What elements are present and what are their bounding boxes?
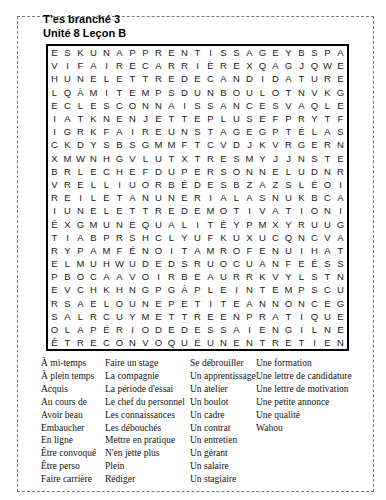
grid-cell: Z (243, 178, 256, 191)
grid-cell: A (74, 231, 87, 244)
grid-cell: R (321, 72, 334, 85)
grid-cell: N (152, 99, 165, 112)
grid-cell: E (217, 152, 230, 165)
grid-cell: V (321, 231, 334, 244)
grid-cell: A (87, 59, 100, 72)
grid-cell: E (230, 59, 243, 72)
grid-cell: N (74, 204, 87, 217)
grid-cell: T (334, 244, 347, 257)
grid-cell: N (256, 297, 269, 310)
grid-cell: I (295, 310, 308, 323)
grid-cell: E (269, 283, 282, 296)
grid-cell: T (295, 72, 308, 85)
worksheet-page: { "game": "word_search", "position": "ES… (0, 0, 386, 500)
grid-cell: A (165, 99, 178, 112)
grid-cell: A (256, 178, 269, 191)
grid-cell: P (282, 112, 295, 125)
grid-cell: M (139, 86, 152, 99)
grid-cell: T (126, 72, 139, 85)
grid-cell: E (204, 178, 217, 191)
grid-cell: O (113, 336, 126, 349)
grid-cell: T (230, 204, 243, 217)
grid-cell: Y (256, 152, 269, 165)
grid-cell: T (139, 72, 152, 85)
grid-cell: D (308, 165, 321, 178)
word-list-item: Un apprentissage (190, 370, 256, 383)
grid-cell: T (113, 86, 126, 99)
grid-cell: G (230, 125, 243, 138)
grid-cell: D (165, 257, 178, 270)
grid-cell: N (321, 204, 334, 217)
grid-cell: D (152, 323, 165, 336)
grid-cell: J (139, 112, 152, 125)
grid-cell: T (217, 297, 230, 310)
grid-cell: B (61, 270, 74, 283)
grid-cell: S (126, 231, 139, 244)
grid-cell: N (321, 165, 334, 178)
grid-cell: K (256, 270, 269, 283)
grid-cell: R (113, 59, 126, 72)
grid-cell: H (308, 244, 321, 257)
grid-cell: U (152, 152, 165, 165)
grid-cell: O (321, 178, 334, 191)
grid-cell: L (308, 125, 321, 138)
grid-cell: R (334, 165, 347, 178)
grid-cell: U (126, 257, 139, 270)
grid-cell: D (230, 138, 243, 151)
grid-cell: L (100, 297, 113, 310)
grid-cell: M (165, 138, 178, 151)
grid-cell: H (87, 283, 100, 296)
grid-cell: N (139, 191, 152, 204)
grid-cell: C (113, 99, 126, 112)
grid-cell: I (61, 231, 74, 244)
grid-cell: V (48, 178, 61, 191)
grid-cell: P (204, 112, 217, 125)
grid-cell: I (256, 72, 269, 85)
grid-cell: E (165, 46, 178, 59)
grid-cell: U (282, 244, 295, 257)
grid-cell: F (204, 231, 217, 244)
grid-cell: P (100, 231, 113, 244)
grid-cell: E (295, 257, 308, 270)
word-list-column-3: Se débrouillerUn apprentissageUn atelier… (190, 357, 256, 486)
grid-cell: S (230, 46, 243, 59)
grid-cell: R (256, 310, 269, 323)
grid-cell: I (165, 244, 178, 257)
grid-cell: I (48, 204, 61, 217)
grid-cell: K (87, 125, 100, 138)
grid-cell: G (139, 138, 152, 151)
grid-cell: E (48, 99, 61, 112)
word-list-item: Au cours de (41, 396, 105, 409)
grid-cell: O (269, 86, 282, 99)
grid-cell: C (100, 165, 113, 178)
grid-cell: N (269, 323, 282, 336)
grid-cell: Y (61, 244, 74, 257)
grid-cell: V (126, 270, 139, 283)
grid-cell: U (126, 297, 139, 310)
grid-cell: T (113, 191, 126, 204)
grid-cell: A (217, 125, 230, 138)
word-list-item: Wahou (256, 422, 352, 435)
grid-cell: R (113, 323, 126, 336)
word-list-item: Se débrouiller (190, 357, 256, 370)
grid-cell: V (256, 204, 269, 217)
grid-cell: R (282, 138, 295, 151)
grid-cell: O (113, 297, 126, 310)
grid-cell: O (230, 244, 243, 257)
grid-cell: A (74, 297, 87, 310)
grid-cell: A (321, 125, 334, 138)
grid-cell: E (113, 112, 126, 125)
word-list-item: Acquis (41, 383, 105, 396)
grid-cell: R (191, 257, 204, 270)
grid-cell: P (48, 270, 61, 283)
grid-cell: E (87, 99, 100, 112)
grid-cell: Q (256, 59, 269, 72)
grid-cell: D (243, 72, 256, 85)
word-list-item: Un gérant (190, 447, 256, 460)
grid-cell: R (48, 191, 61, 204)
grid-cell: U (217, 270, 230, 283)
grid-cell: N (295, 297, 308, 310)
grid-cell: P (74, 244, 87, 257)
grid-cell: S (269, 99, 282, 112)
grid-cell: U (61, 204, 74, 217)
grid-cell: S (217, 323, 230, 336)
worksheet-subtitle: Unité 8 Leçon B (43, 27, 126, 41)
grid-cell: L (282, 165, 295, 178)
grid-cell: R (61, 178, 74, 191)
grid-cell: L (139, 152, 152, 165)
grid-cell: Q (165, 336, 178, 349)
word-list-item: En ligne (41, 434, 105, 447)
grid-cell: L (256, 86, 269, 99)
grid-cell: C (152, 231, 165, 244)
grid-cell: I (295, 244, 308, 257)
grid-cell: B (113, 138, 126, 151)
grid-cell: E (87, 204, 100, 217)
grid-cell: N (269, 191, 282, 204)
grid-cell: N (74, 72, 87, 85)
grid-cell: A (217, 99, 230, 112)
grid-cell: F (139, 165, 152, 178)
grid-cell: U (321, 217, 334, 230)
grid-cell: U (308, 72, 321, 85)
grid-cell: D (178, 86, 191, 99)
grid-cell: D (269, 72, 282, 85)
grid-cell: R (295, 112, 308, 125)
grid-cell: A (243, 191, 256, 204)
grid-cell: R (269, 336, 282, 349)
grid-cell: U (87, 257, 100, 270)
grid-cell: N (269, 244, 282, 257)
grid-cell: R (152, 46, 165, 59)
grid-cell: E (191, 323, 204, 336)
grid-cell: Q (308, 59, 321, 72)
grid-cell: J (295, 59, 308, 72)
grid-cell: S (256, 191, 269, 204)
grid-cell: E (113, 72, 126, 85)
grid-cell: E (126, 165, 139, 178)
grid-cell: T (321, 112, 334, 125)
grid-cell: A (321, 244, 334, 257)
grid-cell: E (230, 336, 243, 349)
grid-cell: S (126, 138, 139, 151)
grid-cell: E (48, 283, 61, 296)
grid-cell: U (256, 231, 269, 244)
grid-cell: T (178, 112, 191, 125)
word-list-item: Une qualité (256, 409, 352, 422)
grid-cell: F (282, 257, 295, 270)
grid-cell: O (217, 204, 230, 217)
grid-cell: É (191, 336, 204, 349)
grid-cell: P (152, 283, 165, 296)
grid-cell: A (61, 112, 74, 125)
grid-cell: O (139, 270, 152, 283)
grid-cell: B (48, 165, 61, 178)
grid-cell: R (165, 270, 178, 283)
grid-cell: K (61, 138, 74, 151)
grid-cell: E (126, 217, 139, 230)
grid-cell: É (217, 217, 230, 230)
grid-cell: I (178, 99, 191, 112)
grid-cell: E (178, 297, 191, 310)
grid-cell: X (243, 231, 256, 244)
grid-cell: G (256, 46, 269, 59)
grid-cell: I (204, 191, 217, 204)
grid-cell: E (87, 165, 100, 178)
grid-cell: S (282, 178, 295, 191)
grid-cell: A (217, 191, 230, 204)
grid-cell: E (191, 165, 204, 178)
grid-cell: L (204, 283, 217, 296)
grid-cell: T (191, 297, 204, 310)
grid-cell: M (243, 152, 256, 165)
grid-cell: M (256, 217, 269, 230)
grid-cell: C (139, 59, 152, 72)
grid-cell: E (334, 99, 347, 112)
grid-cell: T (191, 152, 204, 165)
grid-cell: C (269, 231, 282, 244)
grid-cell: E (191, 204, 204, 217)
grid-cell: Q (282, 231, 295, 244)
grid-cell: P (321, 46, 334, 59)
grid-cell: G (282, 323, 295, 336)
grid-cell: C (48, 138, 61, 151)
grid-cell: L (61, 257, 74, 270)
grid-cell: T (61, 336, 74, 349)
grid-cell: N (178, 125, 191, 138)
grid-cell: M (100, 244, 113, 257)
grid-cell: B (230, 178, 243, 191)
grid-cell: I (204, 297, 217, 310)
grid-cell: A (113, 46, 126, 59)
grid-cell: M (74, 257, 87, 270)
grid-cell: P (87, 323, 100, 336)
grid-cell: I (295, 323, 308, 336)
grid-cell: F (100, 125, 113, 138)
grid-cell: R (243, 270, 256, 283)
grid-cell: É (295, 125, 308, 138)
grid-cell: S (243, 112, 256, 125)
grid-cell: K (295, 191, 308, 204)
grid-cell: E (48, 46, 61, 59)
grid-cell: L (295, 178, 308, 191)
grid-cell: S (308, 283, 321, 296)
grid-cell: A (282, 72, 295, 85)
grid-cell: T (282, 204, 295, 217)
grid-cell: R (61, 165, 74, 178)
grid-cell: W (321, 59, 334, 72)
grid-cell: I (191, 59, 204, 72)
grid-cell: R (204, 152, 217, 165)
word-list-item: Un entretien (190, 434, 256, 447)
grid-cell: S (217, 165, 230, 178)
grid-cell: G (334, 217, 347, 230)
grid-cell: T (191, 46, 204, 59)
grid-cell: C (87, 270, 100, 283)
grid-cell: B (308, 191, 321, 204)
grid-cell: Y (282, 46, 295, 59)
grid-cell: M (139, 310, 152, 323)
grid-cell: K (100, 283, 113, 296)
grid-cell: M (282, 283, 295, 296)
word-list-item: Une lettre de candidature (256, 370, 352, 383)
grid-cell: K (74, 46, 87, 59)
grid-cell: O (48, 323, 61, 336)
grid-cell: I (308, 336, 321, 349)
grid-cell: G (334, 86, 347, 99)
grid-cell: E (191, 72, 204, 85)
word-list-column-4: Une formationUne lettre de candidatureUn… (256, 357, 352, 486)
grid-cell: I (334, 178, 347, 191)
grid-cell: R (217, 244, 230, 257)
grid-cell: R (191, 310, 204, 323)
grid-cell: À (178, 283, 191, 296)
grid-cell: E (191, 112, 204, 125)
grid-cell: A (256, 257, 269, 270)
grid-cell: D (152, 165, 165, 178)
word-list-item: La période d'essai (105, 383, 190, 396)
grid-cell: D (178, 204, 191, 217)
grid-cell: H (113, 165, 126, 178)
grid-cell: E (48, 257, 61, 270)
word-list-item: N'en jette plus (105, 447, 190, 460)
grid-cell: N (139, 297, 152, 310)
grid-cell: A (243, 46, 256, 59)
grid-cell: R (217, 59, 230, 72)
grid-cell: E (87, 297, 100, 310)
grid-cell: A (87, 244, 100, 257)
grid-cell: E (269, 165, 282, 178)
grid-cell: N (243, 283, 256, 296)
grid-cell: L (230, 191, 243, 204)
word-list-item: Les connaissances (105, 409, 190, 422)
grid-cell: L (100, 72, 113, 85)
word-list-column-1: À mi-tempsÀ plein tempsAcquisAu cours de… (41, 357, 105, 486)
grid-cell: E (217, 283, 230, 296)
grid-cell: A (126, 191, 139, 204)
grid-cell: I (61, 59, 74, 72)
grid-cell: U (178, 336, 191, 349)
grid-cell: S (321, 257, 334, 270)
grid-cell: V (139, 336, 152, 349)
grid-cell: F (334, 112, 347, 125)
word-list-item: Un cadre (190, 409, 256, 422)
grid-cell: N (126, 112, 139, 125)
grid-cell: C (308, 297, 321, 310)
grid-cell: T (178, 310, 191, 323)
word-list-item: Un stagiaire (190, 473, 256, 486)
grid-cell: G (139, 283, 152, 296)
grid-cell: K (256, 138, 269, 151)
grid-cell: B (295, 46, 308, 59)
grid-cell: S (204, 323, 217, 336)
grid-cell: T (282, 310, 295, 323)
grid-cell: R (139, 125, 152, 138)
grid-cell: E (152, 310, 165, 323)
grid-cell: T (165, 112, 178, 125)
grid-cell: V (61, 283, 74, 296)
word-list-item: Un boulot (190, 396, 256, 409)
grid-cell: E (308, 138, 321, 151)
grid-cell: P (269, 125, 282, 138)
grid-cell: U (243, 86, 256, 99)
grid-cell: T (204, 125, 217, 138)
grid-cell: E (269, 46, 282, 59)
grid-cell: R (48, 297, 61, 310)
grid-cell: E (152, 257, 165, 270)
grid-cell: P (139, 46, 152, 59)
grid-cell: E (126, 59, 139, 72)
grid-cell: R (74, 336, 87, 349)
word-list-item: Une lettre de motivation (256, 383, 352, 396)
grid-cell: J (269, 152, 282, 165)
word-list-item: Les débouchés (105, 422, 190, 435)
grid-cell: Y (282, 217, 295, 230)
grid-cell: A (243, 297, 256, 310)
grid-cell: U (230, 112, 243, 125)
grid-cell: N (126, 283, 139, 296)
grid-cell: T (321, 152, 334, 165)
grid-cell: H (113, 283, 126, 296)
grid-cell: R (165, 59, 178, 72)
grid-cell: S (308, 46, 321, 59)
grid-cell: R (230, 270, 243, 283)
grid-cell: E (61, 191, 74, 204)
grid-cell: E (321, 297, 334, 310)
grid-cell: A (217, 72, 230, 85)
grid-cell: A (295, 99, 308, 112)
grid-cell: S (334, 125, 347, 138)
grid-cell: T (256, 336, 269, 349)
word-list-item: Mettre en pratique (105, 434, 190, 447)
word-list-item: Rédiger (105, 473, 190, 486)
grid-cell: L (74, 165, 87, 178)
grid-cell: U (204, 336, 217, 349)
grid-cell: R (87, 310, 100, 323)
grid-cell: E (87, 72, 100, 85)
grid-cell: A (230, 323, 243, 336)
grid-cell: L (295, 270, 308, 283)
grid-cell: N (87, 152, 100, 165)
grid-cell: O (152, 336, 165, 349)
grid-cell: N (139, 244, 152, 257)
grid-cell: R (152, 178, 165, 191)
word-list-item: Faire carrière (41, 473, 105, 486)
